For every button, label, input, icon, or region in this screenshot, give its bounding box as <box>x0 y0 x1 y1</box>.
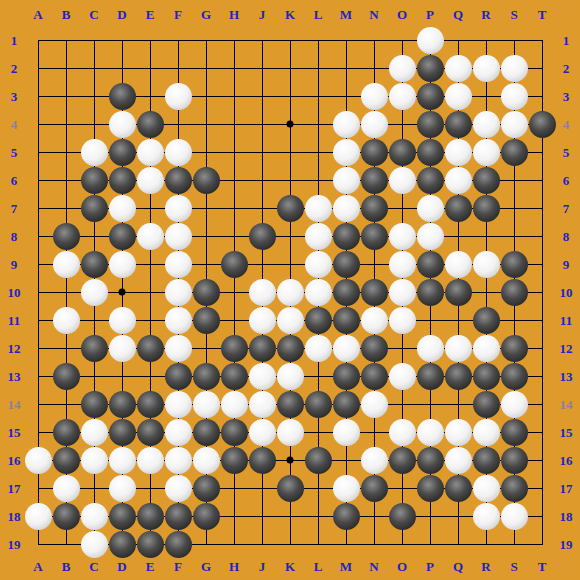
intersection-S14[interactable] <box>500 390 528 418</box>
intersection-A18[interactable] <box>24 502 52 530</box>
intersection-C19[interactable] <box>80 530 108 558</box>
intersection-S13[interactable] <box>500 362 528 390</box>
intersection-N10[interactable] <box>360 278 388 306</box>
intersection-S12[interactable] <box>500 334 528 362</box>
intersection-D8[interactable] <box>108 222 136 250</box>
intersection-N7[interactable] <box>360 194 388 222</box>
intersection-K19[interactable] <box>276 530 304 558</box>
intersection-P16[interactable] <box>416 446 444 474</box>
intersection-T17[interactable] <box>528 474 556 502</box>
intersection-O15[interactable] <box>388 418 416 446</box>
intersection-F5[interactable] <box>164 138 192 166</box>
intersection-L4[interactable] <box>304 110 332 138</box>
intersection-S9[interactable] <box>500 250 528 278</box>
intersection-R15[interactable] <box>472 418 500 446</box>
intersection-Q10[interactable] <box>444 278 472 306</box>
intersection-C15[interactable] <box>80 418 108 446</box>
intersection-D10[interactable] <box>108 278 136 306</box>
intersection-J5[interactable] <box>248 138 276 166</box>
intersection-O12[interactable] <box>388 334 416 362</box>
intersection-G12[interactable] <box>192 334 220 362</box>
intersection-L16[interactable] <box>304 446 332 474</box>
intersection-Q17[interactable] <box>444 474 472 502</box>
intersection-K11[interactable] <box>276 306 304 334</box>
intersection-R10[interactable] <box>472 278 500 306</box>
intersection-D16[interactable] <box>108 446 136 474</box>
intersection-P18[interactable] <box>416 502 444 530</box>
intersection-O3[interactable] <box>388 82 416 110</box>
intersection-S5[interactable] <box>500 138 528 166</box>
intersection-E2[interactable] <box>136 54 164 82</box>
intersection-O8[interactable] <box>388 222 416 250</box>
intersection-O1[interactable] <box>388 26 416 54</box>
intersection-B1[interactable] <box>52 26 80 54</box>
intersection-C14[interactable] <box>80 390 108 418</box>
intersection-J12[interactable] <box>248 334 276 362</box>
intersection-B10[interactable] <box>52 278 80 306</box>
intersection-B9[interactable] <box>52 250 80 278</box>
intersection-H2[interactable] <box>220 54 248 82</box>
intersection-T14[interactable] <box>528 390 556 418</box>
intersection-S17[interactable] <box>500 474 528 502</box>
intersection-O18[interactable] <box>388 502 416 530</box>
intersection-M14[interactable] <box>332 390 360 418</box>
intersection-P3[interactable] <box>416 82 444 110</box>
intersection-M2[interactable] <box>332 54 360 82</box>
intersection-T12[interactable] <box>528 334 556 362</box>
intersection-N17[interactable] <box>360 474 388 502</box>
intersection-E19[interactable] <box>136 530 164 558</box>
intersection-K10[interactable] <box>276 278 304 306</box>
intersection-D12[interactable] <box>108 334 136 362</box>
intersection-G5[interactable] <box>192 138 220 166</box>
intersection-G3[interactable] <box>192 82 220 110</box>
intersection-J19[interactable] <box>248 530 276 558</box>
intersection-H13[interactable] <box>220 362 248 390</box>
intersection-M7[interactable] <box>332 194 360 222</box>
intersection-T13[interactable] <box>528 362 556 390</box>
intersection-B2[interactable] <box>52 54 80 82</box>
intersection-E4[interactable] <box>136 110 164 138</box>
intersection-Q11[interactable] <box>444 306 472 334</box>
intersection-J14[interactable] <box>248 390 276 418</box>
intersection-R7[interactable] <box>472 194 500 222</box>
intersection-J13[interactable] <box>248 362 276 390</box>
intersection-F16[interactable] <box>164 446 192 474</box>
intersection-D6[interactable] <box>108 166 136 194</box>
intersection-S6[interactable] <box>500 166 528 194</box>
intersection-J2[interactable] <box>248 54 276 82</box>
intersection-K17[interactable] <box>276 474 304 502</box>
intersection-S18[interactable] <box>500 502 528 530</box>
intersection-Q19[interactable] <box>444 530 472 558</box>
intersection-K1[interactable] <box>276 26 304 54</box>
intersection-F2[interactable] <box>164 54 192 82</box>
intersection-M10[interactable] <box>332 278 360 306</box>
intersection-R19[interactable] <box>472 530 500 558</box>
intersection-N1[interactable] <box>360 26 388 54</box>
intersection-Q7[interactable] <box>444 194 472 222</box>
intersection-S16[interactable] <box>500 446 528 474</box>
intersection-L18[interactable] <box>304 502 332 530</box>
intersection-B15[interactable] <box>52 418 80 446</box>
intersection-A7[interactable] <box>24 194 52 222</box>
intersection-G15[interactable] <box>192 418 220 446</box>
intersection-G4[interactable] <box>192 110 220 138</box>
intersection-A6[interactable] <box>24 166 52 194</box>
intersection-C7[interactable] <box>80 194 108 222</box>
intersection-C13[interactable] <box>80 362 108 390</box>
intersection-S1[interactable] <box>500 26 528 54</box>
intersection-F11[interactable] <box>164 306 192 334</box>
intersection-G7[interactable] <box>192 194 220 222</box>
intersection-B12[interactable] <box>52 334 80 362</box>
intersection-G9[interactable] <box>192 250 220 278</box>
intersection-A13[interactable] <box>24 362 52 390</box>
intersection-S8[interactable] <box>500 222 528 250</box>
intersection-A17[interactable] <box>24 474 52 502</box>
intersection-E5[interactable] <box>136 138 164 166</box>
intersection-T5[interactable] <box>528 138 556 166</box>
intersection-H10[interactable] <box>220 278 248 306</box>
intersection-R11[interactable] <box>472 306 500 334</box>
intersection-P10[interactable] <box>416 278 444 306</box>
intersection-Q13[interactable] <box>444 362 472 390</box>
intersection-E7[interactable] <box>136 194 164 222</box>
intersection-Q6[interactable] <box>444 166 472 194</box>
intersection-A4[interactable] <box>24 110 52 138</box>
intersection-C12[interactable] <box>80 334 108 362</box>
intersection-O14[interactable] <box>388 390 416 418</box>
intersection-H5[interactable] <box>220 138 248 166</box>
intersection-B18[interactable] <box>52 502 80 530</box>
intersection-Q5[interactable] <box>444 138 472 166</box>
intersection-A10[interactable] <box>24 278 52 306</box>
intersection-P2[interactable] <box>416 54 444 82</box>
intersection-D13[interactable] <box>108 362 136 390</box>
intersection-K5[interactable] <box>276 138 304 166</box>
intersection-P17[interactable] <box>416 474 444 502</box>
intersection-L19[interactable] <box>304 530 332 558</box>
intersection-N13[interactable] <box>360 362 388 390</box>
intersection-E10[interactable] <box>136 278 164 306</box>
intersection-E16[interactable] <box>136 446 164 474</box>
intersection-D7[interactable] <box>108 194 136 222</box>
intersection-B6[interactable] <box>52 166 80 194</box>
intersection-B3[interactable] <box>52 82 80 110</box>
intersection-H4[interactable] <box>220 110 248 138</box>
intersection-G6[interactable] <box>192 166 220 194</box>
intersection-G16[interactable] <box>192 446 220 474</box>
intersection-F6[interactable] <box>164 166 192 194</box>
intersection-T19[interactable] <box>528 530 556 558</box>
intersection-M12[interactable] <box>332 334 360 362</box>
intersection-C3[interactable] <box>80 82 108 110</box>
intersection-O10[interactable] <box>388 278 416 306</box>
intersection-D11[interactable] <box>108 306 136 334</box>
intersection-P6[interactable] <box>416 166 444 194</box>
intersection-B4[interactable] <box>52 110 80 138</box>
intersection-M19[interactable] <box>332 530 360 558</box>
intersection-M16[interactable] <box>332 446 360 474</box>
intersection-B5[interactable] <box>52 138 80 166</box>
intersection-F19[interactable] <box>164 530 192 558</box>
intersection-O17[interactable] <box>388 474 416 502</box>
intersection-F14[interactable] <box>164 390 192 418</box>
intersection-Q9[interactable] <box>444 250 472 278</box>
intersection-A16[interactable] <box>24 446 52 474</box>
intersection-C8[interactable] <box>80 222 108 250</box>
intersection-F9[interactable] <box>164 250 192 278</box>
intersection-J15[interactable] <box>248 418 276 446</box>
intersection-Q18[interactable] <box>444 502 472 530</box>
intersection-A19[interactable] <box>24 530 52 558</box>
intersection-D1[interactable] <box>108 26 136 54</box>
intersection-P1[interactable] <box>416 26 444 54</box>
intersection-N6[interactable] <box>360 166 388 194</box>
intersection-E3[interactable] <box>136 82 164 110</box>
intersection-G2[interactable] <box>192 54 220 82</box>
intersection-A11[interactable] <box>24 306 52 334</box>
intersection-T3[interactable] <box>528 82 556 110</box>
intersection-R4[interactable] <box>472 110 500 138</box>
intersection-F15[interactable] <box>164 418 192 446</box>
intersection-B17[interactable] <box>52 474 80 502</box>
intersection-E9[interactable] <box>136 250 164 278</box>
intersection-K14[interactable] <box>276 390 304 418</box>
intersection-O4[interactable] <box>388 110 416 138</box>
intersection-T1[interactable] <box>528 26 556 54</box>
intersection-T2[interactable] <box>528 54 556 82</box>
intersection-K4[interactable] <box>276 110 304 138</box>
intersection-R14[interactable] <box>472 390 500 418</box>
intersection-J11[interactable] <box>248 306 276 334</box>
intersection-P5[interactable] <box>416 138 444 166</box>
intersection-T8[interactable] <box>528 222 556 250</box>
intersection-T15[interactable] <box>528 418 556 446</box>
intersection-M6[interactable] <box>332 166 360 194</box>
intersection-E12[interactable] <box>136 334 164 362</box>
intersection-L9[interactable] <box>304 250 332 278</box>
intersection-D2[interactable] <box>108 54 136 82</box>
intersection-B8[interactable] <box>52 222 80 250</box>
go-board[interactable]: AABBCCDDEEFFGGHHJJKKLLMMNNOOPPQQRRSSTT11… <box>0 0 580 580</box>
intersection-M5[interactable] <box>332 138 360 166</box>
intersection-P8[interactable] <box>416 222 444 250</box>
intersection-D5[interactable] <box>108 138 136 166</box>
intersection-H14[interactable] <box>220 390 248 418</box>
intersection-P14[interactable] <box>416 390 444 418</box>
intersection-A3[interactable] <box>24 82 52 110</box>
intersection-R6[interactable] <box>472 166 500 194</box>
intersection-S19[interactable] <box>500 530 528 558</box>
intersection-O6[interactable] <box>388 166 416 194</box>
intersection-R12[interactable] <box>472 334 500 362</box>
intersection-S2[interactable] <box>500 54 528 82</box>
intersection-Q15[interactable] <box>444 418 472 446</box>
intersection-L3[interactable] <box>304 82 332 110</box>
intersection-H9[interactable] <box>220 250 248 278</box>
intersection-M3[interactable] <box>332 82 360 110</box>
intersection-E1[interactable] <box>136 26 164 54</box>
intersection-M15[interactable] <box>332 418 360 446</box>
intersection-J4[interactable] <box>248 110 276 138</box>
intersection-J3[interactable] <box>248 82 276 110</box>
intersection-Q14[interactable] <box>444 390 472 418</box>
intersection-H3[interactable] <box>220 82 248 110</box>
intersection-F4[interactable] <box>164 110 192 138</box>
intersection-J10[interactable] <box>248 278 276 306</box>
intersection-G1[interactable] <box>192 26 220 54</box>
intersection-E18[interactable] <box>136 502 164 530</box>
intersection-O13[interactable] <box>388 362 416 390</box>
intersection-A14[interactable] <box>24 390 52 418</box>
intersection-C6[interactable] <box>80 166 108 194</box>
intersection-N4[interactable] <box>360 110 388 138</box>
intersection-E8[interactable] <box>136 222 164 250</box>
intersection-N8[interactable] <box>360 222 388 250</box>
intersection-J7[interactable] <box>248 194 276 222</box>
intersection-K18[interactable] <box>276 502 304 530</box>
intersection-D17[interactable] <box>108 474 136 502</box>
intersection-K3[interactable] <box>276 82 304 110</box>
intersection-S7[interactable] <box>500 194 528 222</box>
intersection-R1[interactable] <box>472 26 500 54</box>
intersection-H7[interactable] <box>220 194 248 222</box>
intersection-L7[interactable] <box>304 194 332 222</box>
intersection-Q2[interactable] <box>444 54 472 82</box>
intersection-C1[interactable] <box>80 26 108 54</box>
intersection-L10[interactable] <box>304 278 332 306</box>
intersection-T4[interactable] <box>528 110 556 138</box>
intersection-M17[interactable] <box>332 474 360 502</box>
intersection-S4[interactable] <box>500 110 528 138</box>
intersection-M4[interactable] <box>332 110 360 138</box>
intersection-J1[interactable] <box>248 26 276 54</box>
intersection-T18[interactable] <box>528 502 556 530</box>
intersection-S10[interactable] <box>500 278 528 306</box>
intersection-N2[interactable] <box>360 54 388 82</box>
intersection-H8[interactable] <box>220 222 248 250</box>
intersection-O16[interactable] <box>388 446 416 474</box>
intersection-G13[interactable] <box>192 362 220 390</box>
intersection-Q12[interactable] <box>444 334 472 362</box>
intersection-R2[interactable] <box>472 54 500 82</box>
intersection-N16[interactable] <box>360 446 388 474</box>
intersection-H17[interactable] <box>220 474 248 502</box>
intersection-R17[interactable] <box>472 474 500 502</box>
intersection-A15[interactable] <box>24 418 52 446</box>
intersection-N12[interactable] <box>360 334 388 362</box>
intersection-B13[interactable] <box>52 362 80 390</box>
intersection-C10[interactable] <box>80 278 108 306</box>
intersection-F1[interactable] <box>164 26 192 54</box>
intersection-N5[interactable] <box>360 138 388 166</box>
intersection-H1[interactable] <box>220 26 248 54</box>
intersection-E17[interactable] <box>136 474 164 502</box>
intersection-N14[interactable] <box>360 390 388 418</box>
intersection-G19[interactable] <box>192 530 220 558</box>
intersection-J6[interactable] <box>248 166 276 194</box>
intersection-G10[interactable] <box>192 278 220 306</box>
intersection-O19[interactable] <box>388 530 416 558</box>
intersection-O7[interactable] <box>388 194 416 222</box>
intersection-Q1[interactable] <box>444 26 472 54</box>
intersection-E11[interactable] <box>136 306 164 334</box>
intersection-P12[interactable] <box>416 334 444 362</box>
intersection-J18[interactable] <box>248 502 276 530</box>
intersection-T16[interactable] <box>528 446 556 474</box>
intersection-M1[interactable] <box>332 26 360 54</box>
intersection-Q8[interactable] <box>444 222 472 250</box>
intersection-E14[interactable] <box>136 390 164 418</box>
intersection-K8[interactable] <box>276 222 304 250</box>
intersection-L17[interactable] <box>304 474 332 502</box>
intersection-H18[interactable] <box>220 502 248 530</box>
intersection-P4[interactable] <box>416 110 444 138</box>
intersection-F10[interactable] <box>164 278 192 306</box>
intersection-P11[interactable] <box>416 306 444 334</box>
intersection-S11[interactable] <box>500 306 528 334</box>
intersection-R3[interactable] <box>472 82 500 110</box>
intersection-H6[interactable] <box>220 166 248 194</box>
intersection-C18[interactable] <box>80 502 108 530</box>
intersection-M18[interactable] <box>332 502 360 530</box>
intersection-J16[interactable] <box>248 446 276 474</box>
intersection-B11[interactable] <box>52 306 80 334</box>
intersection-Q3[interactable] <box>444 82 472 110</box>
intersection-P19[interactable] <box>416 530 444 558</box>
intersection-K7[interactable] <box>276 194 304 222</box>
intersection-R5[interactable] <box>472 138 500 166</box>
intersection-H12[interactable] <box>220 334 248 362</box>
intersection-K9[interactable] <box>276 250 304 278</box>
intersection-D9[interactable] <box>108 250 136 278</box>
intersection-N15[interactable] <box>360 418 388 446</box>
intersection-F3[interactable] <box>164 82 192 110</box>
intersection-O2[interactable] <box>388 54 416 82</box>
intersection-A12[interactable] <box>24 334 52 362</box>
intersection-L6[interactable] <box>304 166 332 194</box>
intersection-L15[interactable] <box>304 418 332 446</box>
intersection-F18[interactable] <box>164 502 192 530</box>
intersection-E13[interactable] <box>136 362 164 390</box>
intersection-O11[interactable] <box>388 306 416 334</box>
intersection-T6[interactable] <box>528 166 556 194</box>
intersection-B19[interactable] <box>52 530 80 558</box>
intersection-O5[interactable] <box>388 138 416 166</box>
intersection-M13[interactable] <box>332 362 360 390</box>
intersection-G11[interactable] <box>192 306 220 334</box>
intersection-J8[interactable] <box>248 222 276 250</box>
intersection-F17[interactable] <box>164 474 192 502</box>
intersection-T11[interactable] <box>528 306 556 334</box>
intersection-R18[interactable] <box>472 502 500 530</box>
intersection-L13[interactable] <box>304 362 332 390</box>
intersection-M11[interactable] <box>332 306 360 334</box>
intersection-T7[interactable] <box>528 194 556 222</box>
intersection-R8[interactable] <box>472 222 500 250</box>
intersection-C11[interactable] <box>80 306 108 334</box>
intersection-D15[interactable] <box>108 418 136 446</box>
intersection-T9[interactable] <box>528 250 556 278</box>
intersection-F13[interactable] <box>164 362 192 390</box>
intersection-G17[interactable] <box>192 474 220 502</box>
intersection-C16[interactable] <box>80 446 108 474</box>
intersection-B14[interactable] <box>52 390 80 418</box>
intersection-K15[interactable] <box>276 418 304 446</box>
intersection-K13[interactable] <box>276 362 304 390</box>
